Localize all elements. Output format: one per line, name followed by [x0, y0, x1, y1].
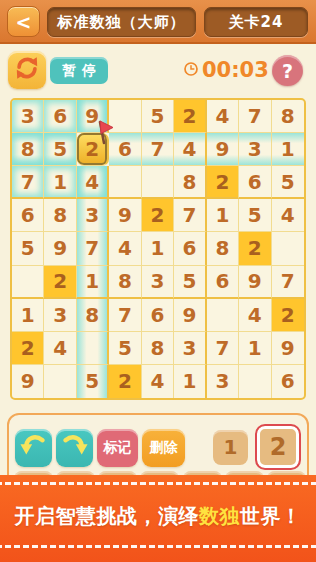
cell-r7c4[interactable]: 7: [109, 299, 141, 332]
cell-r1c2[interactable]: 6: [44, 100, 76, 133]
cell-r6c8[interactable]: 9: [239, 266, 271, 299]
cell-r9c1[interactable]: 9: [12, 365, 44, 398]
cell-r6c4[interactable]: 8: [109, 266, 141, 299]
cell-r8c9[interactable]: 9: [272, 332, 304, 365]
cell-r5c9[interactable]: [272, 232, 304, 265]
cell-r8c8[interactable]: 1: [239, 332, 271, 365]
cell-r2c4[interactable]: 6: [109, 133, 141, 166]
numpad-button-1[interactable]: 1: [213, 430, 248, 465]
delete-button[interactable]: 删除: [142, 429, 185, 467]
cell-r1c5[interactable]: 5: [142, 100, 174, 133]
cell-r7c5[interactable]: 6: [142, 299, 174, 332]
cell-r8c1[interactable]: 2: [12, 332, 44, 365]
level-badge: 关卡24: [204, 7, 308, 37]
back-button[interactable]: <: [7, 6, 40, 37]
cell-r8c7[interactable]: 7: [207, 332, 239, 365]
cell-r4c4[interactable]: 9: [109, 199, 141, 232]
cell-r8c4[interactable]: 5: [109, 332, 141, 365]
promo-banner: 开启智慧挑战，演绎数独世界！: [0, 475, 316, 562]
cell-r2c1[interactable]: 8: [12, 133, 44, 166]
cell-r1c4[interactable]: [109, 100, 141, 133]
top-bar: < 标准数独（大师） 关卡24: [0, 0, 316, 44]
cell-r5c8[interactable]: 2: [239, 232, 271, 265]
cell-r2c9[interactable]: 1: [272, 133, 304, 166]
cell-r3c4[interactable]: [109, 166, 141, 199]
cell-r5c7[interactable]: 8: [207, 232, 239, 265]
cell-r6c2[interactable]: 2: [44, 266, 76, 299]
numpad-button-2[interactable]: 2: [255, 424, 301, 470]
cell-r6c7[interactable]: 6: [207, 266, 239, 299]
sudoku-app: < 标准数独（大师） 关卡24 暂停 00:03: [0, 0, 316, 562]
question-mark-icon: ?: [282, 60, 293, 82]
undo-arrow-icon: [20, 433, 47, 464]
cell-r5c6[interactable]: 6: [174, 232, 206, 265]
cell-r1c9[interactable]: 8: [272, 100, 304, 133]
cell-r9c8[interactable]: [239, 365, 271, 398]
cell-r7c9[interactable]: 2: [272, 299, 304, 332]
cell-r5c3[interactable]: 7: [77, 232, 109, 265]
cell-r8c6[interactable]: 3: [174, 332, 206, 365]
numpad-row1: 12: [213, 423, 301, 471]
cell-r2c5[interactable]: 7: [142, 133, 174, 166]
cell-r7c3[interactable]: 8: [77, 299, 109, 332]
cell-r3c7[interactable]: 2: [207, 166, 239, 199]
cell-r1c8[interactable]: 7: [239, 100, 271, 133]
cell-r5c5[interactable]: 1: [142, 232, 174, 265]
cell-r3c1[interactable]: 7: [12, 166, 44, 199]
cell-r9c7[interactable]: 3: [207, 365, 239, 398]
cell-r7c1[interactable]: 1: [12, 299, 44, 332]
timer: 00:03: [183, 58, 269, 82]
cell-r5c1[interactable]: 5: [12, 232, 44, 265]
cell-r8c5[interactable]: 8: [142, 332, 174, 365]
cell-r4c3[interactable]: 3: [77, 199, 109, 232]
banner-dashed-line-top: [0, 482, 316, 485]
cell-r9c4[interactable]: 2: [109, 365, 141, 398]
cell-r6c5[interactable]: 3: [142, 266, 174, 299]
cell-r2c2[interactable]: 5: [44, 133, 76, 166]
back-chevron-icon: <: [16, 11, 32, 33]
cell-r7c6[interactable]: 9: [174, 299, 206, 332]
cell-r2c7[interactable]: 9: [207, 133, 239, 166]
cell-r1c6[interactable]: 2: [174, 100, 206, 133]
cell-r7c2[interactable]: 3: [44, 299, 76, 332]
cell-r6c3[interactable]: 1: [77, 266, 109, 299]
cell-r3c8[interactable]: 6: [239, 166, 271, 199]
cell-r1c7[interactable]: 4: [207, 100, 239, 133]
restart-button[interactable]: [8, 51, 46, 89]
cell-r3c6[interactable]: 8: [174, 166, 206, 199]
cell-r2c3[interactable]: 2: [77, 133, 109, 166]
cell-r2c6[interactable]: 4: [174, 133, 206, 166]
refresh-icon: [14, 55, 40, 85]
cell-r9c6[interactable]: 1: [174, 365, 206, 398]
help-button[interactable]: ?: [272, 55, 303, 86]
cell-r7c7[interactable]: [207, 299, 239, 332]
cell-r4c2[interactable]: 8: [44, 199, 76, 232]
cell-r5c4[interactable]: 4: [109, 232, 141, 265]
banner-dashed-line-bottom: [0, 545, 316, 548]
cell-r9c9[interactable]: 6: [272, 365, 304, 398]
cell-r6c6[interactable]: 5: [174, 266, 206, 299]
sudoku-board: 3695247885267493171482656839271545974168…: [10, 98, 306, 400]
timer-value: 00:03: [202, 58, 269, 82]
cell-r1c3[interactable]: 9: [77, 100, 109, 133]
cell-r9c5[interactable]: 4: [142, 365, 174, 398]
cell-r1c1[interactable]: 3: [12, 100, 44, 133]
cell-r3c2[interactable]: 1: [44, 166, 76, 199]
cell-r4c8[interactable]: 5: [239, 199, 271, 232]
cell-r2c8[interactable]: 3: [239, 133, 271, 166]
cell-r6c1[interactable]: [12, 266, 44, 299]
cell-r8c2[interactable]: 4: [44, 332, 76, 365]
cell-r4c9[interactable]: 4: [272, 199, 304, 232]
cell-r6c9[interactable]: 7: [272, 266, 304, 299]
cell-r9c3[interactable]: 5: [77, 365, 109, 398]
cell-r7c8[interactable]: 4: [239, 299, 271, 332]
banner-text: 开启智慧挑战，演绎数独世界！: [0, 503, 316, 530]
cell-r3c9[interactable]: 5: [272, 166, 304, 199]
cell-r9c2[interactable]: [44, 365, 76, 398]
clock-icon: [183, 58, 199, 82]
cell-r5c2[interactable]: 9: [44, 232, 76, 265]
cell-r4c6[interactable]: 7: [174, 199, 206, 232]
mark-button[interactable]: 标记: [97, 429, 138, 467]
cell-r8c3[interactable]: [77, 332, 109, 365]
cell-r4c1[interactable]: 6: [12, 199, 44, 232]
pause-button[interactable]: 暂停: [50, 57, 108, 84]
redo-arrow-icon: [61, 433, 88, 464]
redo-button[interactable]: [56, 429, 93, 467]
cell-r3c5[interactable]: [142, 166, 174, 199]
page-title: 标准数独（大师）: [47, 7, 196, 37]
cell-r4c5[interactable]: 2: [142, 199, 174, 232]
cell-r4c7[interactable]: 1: [207, 199, 239, 232]
undo-button[interactable]: [15, 429, 52, 467]
cell-r3c3[interactable]: 4: [77, 166, 109, 199]
